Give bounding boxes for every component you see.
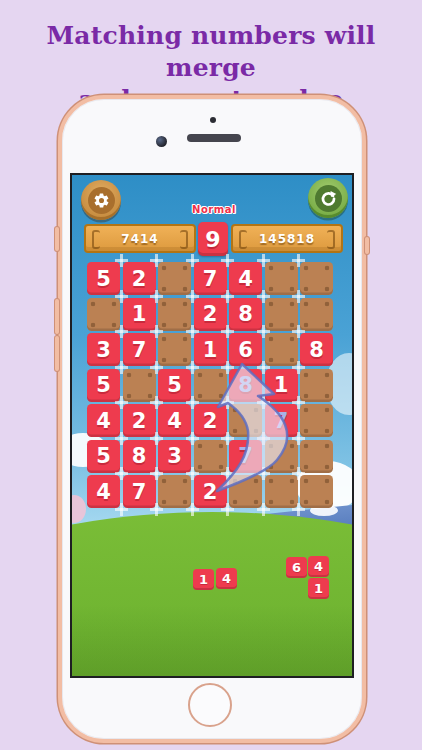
- board-tile[interactable]: 1: [265, 369, 298, 402]
- board-tile[interactable]: 2: [123, 404, 156, 437]
- board-tile[interactable]: 3: [158, 440, 191, 473]
- board-tile[interactable]: 7: [123, 333, 156, 366]
- board-empty-cell[interactable]: [265, 298, 298, 331]
- queue-tile[interactable]: 4: [216, 568, 237, 589]
- board-tile[interactable]: 5: [87, 262, 120, 295]
- board-tile[interactable]: 7: [123, 475, 156, 508]
- board-empty-cell[interactable]: [300, 262, 333, 295]
- board-tile[interactable]: 8: [300, 333, 333, 366]
- board-tile[interactable]: 5: [158, 369, 191, 402]
- score-plank-right: 145818: [231, 224, 343, 253]
- board-tile[interactable]: 8: [229, 298, 262, 331]
- board-tile[interactable]: 3: [87, 333, 120, 366]
- pink-cloud: [70, 495, 86, 523]
- volume-up-button: [55, 299, 59, 334]
- board-empty-cell[interactable]: [158, 298, 191, 331]
- mute-switch: [55, 227, 59, 251]
- queue-tile[interactable]: 1: [308, 578, 329, 599]
- board-tile[interactable]: 4: [158, 404, 191, 437]
- hill-shadow: [72, 605, 354, 678]
- power-button: [365, 237, 369, 254]
- board-tile[interactable]: 5: [87, 369, 120, 402]
- queue-tile[interactable]: 4: [308, 556, 329, 577]
- board-tile[interactable]: 1: [194, 333, 227, 366]
- board-empty-cell[interactable]: [229, 404, 262, 437]
- board-empty-cell[interactable]: [300, 404, 333, 437]
- front-camera: [156, 136, 167, 147]
- board-tile[interactable]: 8: [229, 369, 262, 402]
- home-button: [188, 683, 232, 727]
- score-plank-left: 7414: [84, 224, 196, 253]
- board-empty-cell[interactable]: [194, 369, 227, 402]
- page-title-line1: Matching numbers will merge: [0, 20, 422, 84]
- phone-frame: Normal 7414 9 145818 5274128371685581424…: [58, 95, 366, 743]
- board-empty-cell[interactable]: [158, 475, 191, 508]
- board-tile[interactable]: 1: [123, 298, 156, 331]
- board-empty-cell[interactable]: [158, 262, 191, 295]
- board-tile[interactable]: 8: [123, 440, 156, 473]
- current-tile-value: 9: [205, 227, 220, 252]
- right-score-value: 145818: [259, 232, 315, 246]
- board-tile[interactable]: 7: [194, 262, 227, 295]
- board-tile[interactable]: 2: [194, 404, 227, 437]
- board-empty-cell[interactable]: [229, 475, 262, 508]
- proximity-sensor-dot: [210, 117, 216, 123]
- board-empty-cell[interactable]: [300, 475, 333, 508]
- game-screen: Normal 7414 9 145818 5274128371685581424…: [70, 173, 354, 678]
- earpiece-speaker: [187, 134, 241, 142]
- queue-tile[interactable]: 1: [193, 569, 214, 590]
- board-tile[interactable]: 2: [194, 475, 227, 508]
- board-tile[interactable]: 4: [87, 475, 120, 508]
- game-board: 5274128371685581424275837472: [87, 262, 335, 510]
- board-empty-cell[interactable]: [265, 262, 298, 295]
- board-tile[interactable]: 7: [265, 404, 298, 437]
- board-empty-cell[interactable]: [265, 333, 298, 366]
- volume-down-button: [55, 336, 59, 371]
- board-tile[interactable]: 5: [87, 440, 120, 473]
- board-empty-cell[interactable]: [158, 333, 191, 366]
- board-tile[interactable]: 7: [229, 440, 262, 473]
- board-empty-cell[interactable]: [300, 369, 333, 402]
- left-score-value: 7414: [121, 232, 158, 246]
- board-tile[interactable]: 4: [87, 404, 120, 437]
- board-empty-cell[interactable]: [123, 369, 156, 402]
- board-tile[interactable]: 2: [123, 262, 156, 295]
- board-empty-cell[interactable]: [265, 440, 298, 473]
- current-tile: 9: [198, 222, 228, 256]
- board-tile[interactable]: 6: [229, 333, 262, 366]
- difficulty-label: Normal: [72, 204, 354, 215]
- board-tile[interactable]: 4: [229, 262, 262, 295]
- board-tile[interactable]: 2: [194, 298, 227, 331]
- board-empty-cell[interactable]: [194, 440, 227, 473]
- board-empty-cell[interactable]: [87, 298, 120, 331]
- board-empty-cell[interactable]: [265, 475, 298, 508]
- queue-tile[interactable]: 6: [286, 557, 307, 578]
- board-empty-cell[interactable]: [300, 440, 333, 473]
- board-empty-cell[interactable]: [300, 298, 333, 331]
